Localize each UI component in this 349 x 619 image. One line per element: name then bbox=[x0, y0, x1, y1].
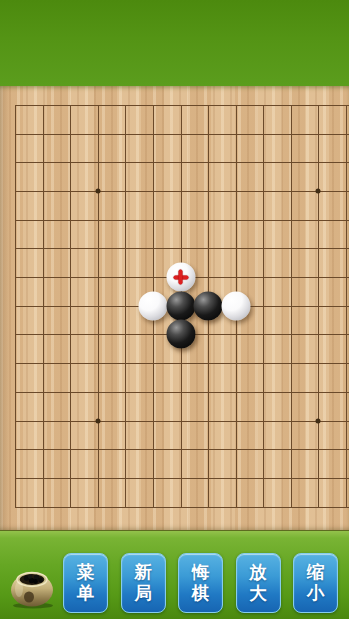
black-stone bbox=[166, 320, 195, 349]
zoom-out-button-label: 缩 bbox=[307, 562, 325, 583]
white-stone bbox=[221, 291, 250, 320]
new-game-button-label: 新 bbox=[134, 562, 152, 583]
grid-line-horizontal bbox=[15, 105, 349, 106]
stone-bowl-icon bbox=[9, 565, 56, 609]
grid-line-horizontal bbox=[15, 191, 349, 192]
grid-line-horizontal bbox=[15, 134, 349, 135]
undo-button-label: 棋 bbox=[192, 583, 210, 604]
grid-line-vertical bbox=[98, 105, 99, 507]
zoom-out-button-label: 小 bbox=[307, 583, 325, 604]
black-stone bbox=[166, 291, 195, 320]
star-point bbox=[316, 189, 321, 194]
grid-line-vertical bbox=[125, 105, 126, 507]
new-game-button[interactable]: 新 局 bbox=[121, 553, 166, 613]
menu-button-label: 菜 bbox=[77, 562, 95, 583]
grid-line-horizontal bbox=[15, 363, 349, 364]
zoom-in-button-label: 大 bbox=[249, 583, 267, 604]
new-game-button-label: 局 bbox=[134, 583, 152, 604]
white-stone bbox=[166, 263, 195, 292]
grid-line-vertical bbox=[263, 105, 264, 507]
grid-line-horizontal bbox=[15, 248, 349, 249]
undo-button-label: 悔 bbox=[192, 562, 210, 583]
zoom-out-button[interactable]: 缩 小 bbox=[293, 553, 338, 613]
grid-line-horizontal bbox=[15, 392, 349, 393]
grid-line-horizontal bbox=[15, 478, 349, 479]
grid-line-vertical bbox=[318, 105, 319, 507]
grid-line-horizontal bbox=[15, 220, 349, 221]
zoom-in-button-label: 放 bbox=[249, 562, 267, 583]
grid-line-vertical bbox=[15, 105, 16, 507]
menu-button[interactable]: 菜 单 bbox=[63, 553, 108, 613]
grid-line-vertical bbox=[70, 105, 71, 507]
star-point bbox=[95, 418, 100, 423]
undo-button[interactable]: 悔 棋 bbox=[178, 553, 223, 613]
grid-line-vertical bbox=[43, 105, 44, 507]
white-stone bbox=[138, 291, 167, 320]
grid-line-horizontal bbox=[15, 449, 349, 450]
gomoku-app: 菜 单 新 局 悔 棋 放 大 缩 小 bbox=[0, 0, 349, 619]
black-stone bbox=[194, 291, 223, 320]
menu-button-label: 单 bbox=[77, 583, 95, 604]
grid-line-vertical bbox=[291, 105, 292, 507]
grid-line-horizontal bbox=[15, 162, 349, 163]
grid-line-vertical bbox=[346, 105, 347, 507]
grid-line-horizontal bbox=[15, 421, 349, 422]
toolbar: 菜 单 新 局 悔 棋 放 大 缩 小 bbox=[0, 530, 349, 619]
star-point bbox=[95, 189, 100, 194]
star-point bbox=[316, 418, 321, 423]
grid-line-horizontal bbox=[15, 507, 349, 508]
board-surface[interactable] bbox=[0, 86, 349, 530]
zoom-in-button[interactable]: 放 大 bbox=[236, 553, 281, 613]
header-band bbox=[0, 0, 349, 86]
